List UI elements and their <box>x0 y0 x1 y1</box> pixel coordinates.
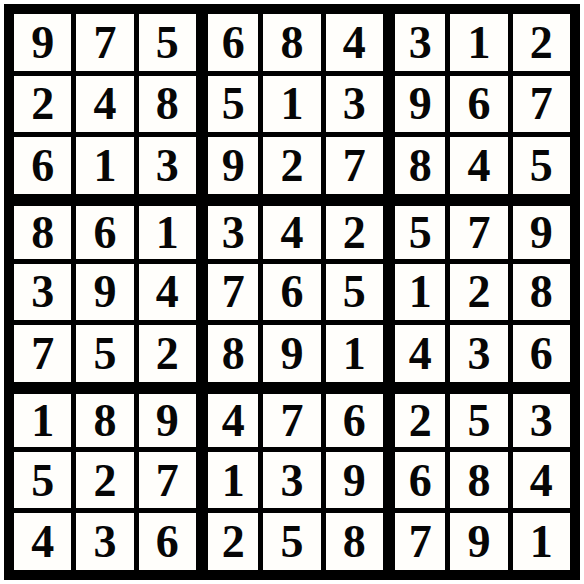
sudoku-cell-r5c4[interactable]: 7 <box>201 264 258 321</box>
sudoku-cell-r2c7[interactable]: 9 <box>388 76 445 133</box>
sudoku-cell-r2c5[interactable]: 1 <box>263 76 320 133</box>
sudoku-cell-r2c2[interactable]: 4 <box>76 76 133 133</box>
sudoku-board: 9756843122485139676139278458613425793947… <box>4 4 580 580</box>
sudoku-cell-r9c6[interactable]: 8 <box>326 513 383 570</box>
sudoku-cell-r3c3[interactable]: 3 <box>139 137 196 194</box>
sudoku-cell-r2c9[interactable]: 7 <box>513 76 570 133</box>
sudoku-cell-r6c1[interactable]: 7 <box>14 325 71 382</box>
sudoku-cell-r8c5[interactable]: 3 <box>263 452 320 509</box>
sudoku-cell-r9c4[interactable]: 2 <box>201 513 258 570</box>
sudoku-cell-r6c3[interactable]: 2 <box>139 325 196 382</box>
sudoku-cell-r8c6[interactable]: 9 <box>326 452 383 509</box>
sudoku-cell-r6c6[interactable]: 1 <box>326 325 383 382</box>
sudoku-cell-r7c3[interactable]: 9 <box>139 387 196 447</box>
sudoku-cell-r1c2[interactable]: 7 <box>76 14 133 71</box>
sudoku-cell-r1c3[interactable]: 5 <box>139 14 196 71</box>
sudoku-cell-r8c7[interactable]: 6 <box>388 452 445 509</box>
sudoku-cell-r1c1[interactable]: 9 <box>14 14 71 71</box>
sudoku-cell-r8c8[interactable]: 8 <box>450 452 507 509</box>
sudoku-cell-r2c3[interactable]: 8 <box>139 76 196 133</box>
sudoku-cell-r1c8[interactable]: 1 <box>450 14 507 71</box>
sudoku-cell-r1c4[interactable]: 6 <box>201 14 258 71</box>
sudoku-cell-r3c2[interactable]: 1 <box>76 137 133 194</box>
sudoku-cell-r8c3[interactable]: 7 <box>139 452 196 509</box>
sudoku-page: 9756843122485139676139278458613425793947… <box>0 0 584 584</box>
sudoku-cell-r7c9[interactable]: 3 <box>513 387 570 447</box>
sudoku-cell-r9c7[interactable]: 7 <box>388 513 445 570</box>
sudoku-cell-r3c1[interactable]: 6 <box>14 137 71 194</box>
sudoku-cell-r6c2[interactable]: 5 <box>76 325 133 382</box>
sudoku-cell-r2c1[interactable]: 2 <box>14 76 71 133</box>
sudoku-cell-r3c8[interactable]: 4 <box>450 137 507 194</box>
sudoku-cell-r4c4[interactable]: 3 <box>201 199 258 259</box>
sudoku-cell-r7c5[interactable]: 7 <box>263 387 320 447</box>
sudoku-cell-r4c7[interactable]: 5 <box>388 199 445 259</box>
sudoku-cell-r3c5[interactable]: 2 <box>263 137 320 194</box>
sudoku-cell-r6c7[interactable]: 4 <box>388 325 445 382</box>
sudoku-cell-r5c2[interactable]: 9 <box>76 264 133 321</box>
sudoku-cell-r1c5[interactable]: 8 <box>263 14 320 71</box>
sudoku-cell-r9c5[interactable]: 5 <box>263 513 320 570</box>
sudoku-cell-r5c9[interactable]: 8 <box>513 264 570 321</box>
sudoku-cell-r8c9[interactable]: 4 <box>513 452 570 509</box>
sudoku-cell-r9c3[interactable]: 6 <box>139 513 196 570</box>
sudoku-cell-r3c9[interactable]: 5 <box>513 137 570 194</box>
sudoku-cell-r6c9[interactable]: 6 <box>513 325 570 382</box>
sudoku-cell-r2c8[interactable]: 6 <box>450 76 507 133</box>
sudoku-cell-r7c1[interactable]: 1 <box>14 387 71 447</box>
sudoku-cell-r6c4[interactable]: 8 <box>201 325 258 382</box>
sudoku-cell-r3c4[interactable]: 9 <box>201 137 258 194</box>
sudoku-cell-r8c2[interactable]: 2 <box>76 452 133 509</box>
sudoku-cell-r1c6[interactable]: 4 <box>326 14 383 71</box>
sudoku-cell-r9c2[interactable]: 3 <box>76 513 133 570</box>
sudoku-cell-r7c7[interactable]: 2 <box>388 387 445 447</box>
sudoku-cell-r9c9[interactable]: 1 <box>513 513 570 570</box>
sudoku-cell-r5c7[interactable]: 1 <box>388 264 445 321</box>
sudoku-cell-r6c8[interactable]: 3 <box>450 325 507 382</box>
sudoku-cell-r8c1[interactable]: 5 <box>14 452 71 509</box>
sudoku-cell-r5c1[interactable]: 3 <box>14 264 71 321</box>
sudoku-cell-r7c2[interactable]: 8 <box>76 387 133 447</box>
sudoku-cell-r9c8[interactable]: 9 <box>450 513 507 570</box>
sudoku-cell-r9c1[interactable]: 4 <box>14 513 71 570</box>
sudoku-cell-r5c5[interactable]: 6 <box>263 264 320 321</box>
sudoku-cell-r2c6[interactable]: 3 <box>326 76 383 133</box>
sudoku-cell-r4c3[interactable]: 1 <box>139 199 196 259</box>
sudoku-cell-r7c6[interactable]: 6 <box>326 387 383 447</box>
sudoku-cell-r3c7[interactable]: 8 <box>388 137 445 194</box>
sudoku-cell-r2c4[interactable]: 5 <box>201 76 258 133</box>
sudoku-cell-r4c6[interactable]: 2 <box>326 199 383 259</box>
sudoku-cell-r8c4[interactable]: 1 <box>201 452 258 509</box>
sudoku-cell-r5c6[interactable]: 5 <box>326 264 383 321</box>
sudoku-cell-r3c6[interactable]: 7 <box>326 137 383 194</box>
sudoku-cell-r6c5[interactable]: 9 <box>263 325 320 382</box>
sudoku-cell-r4c8[interactable]: 7 <box>450 199 507 259</box>
sudoku-cell-r4c2[interactable]: 6 <box>76 199 133 259</box>
sudoku-cell-r1c9[interactable]: 2 <box>513 14 570 71</box>
sudoku-cell-r1c7[interactable]: 3 <box>388 14 445 71</box>
sudoku-cell-r4c9[interactable]: 9 <box>513 199 570 259</box>
sudoku-cell-r7c4[interactable]: 4 <box>201 387 258 447</box>
sudoku-cell-r4c5[interactable]: 4 <box>263 199 320 259</box>
sudoku-cell-r7c8[interactable]: 5 <box>450 387 507 447</box>
sudoku-cell-r5c3[interactable]: 4 <box>139 264 196 321</box>
sudoku-cell-r4c1[interactable]: 8 <box>14 199 71 259</box>
sudoku-cell-r5c8[interactable]: 2 <box>450 264 507 321</box>
